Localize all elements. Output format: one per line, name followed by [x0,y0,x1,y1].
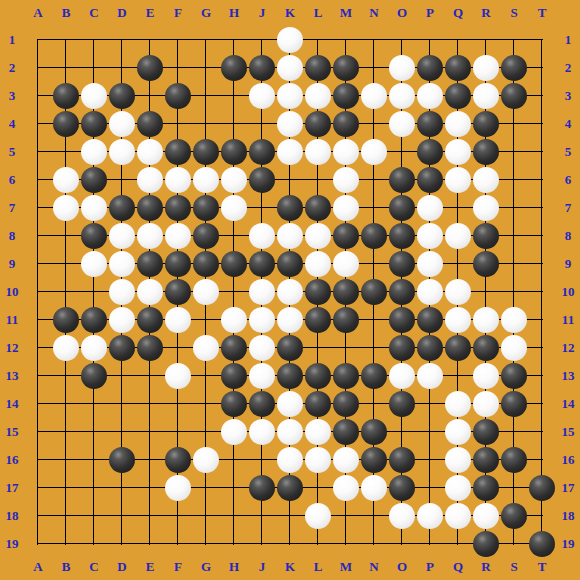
intersection-O8[interactable] [388,222,416,250]
intersection-J3[interactable] [248,82,276,110]
intersection-O10[interactable] [388,278,416,306]
intersection-G15[interactable] [192,418,220,446]
intersection-C1[interactable] [80,26,108,54]
intersection-Q6[interactable] [444,166,472,194]
intersection-N2[interactable] [360,54,388,82]
intersection-R4[interactable] [472,110,500,138]
intersection-A13[interactable] [24,362,52,390]
intersection-H12[interactable] [220,334,248,362]
intersection-O6[interactable] [388,166,416,194]
intersection-T8[interactable] [528,222,556,250]
intersection-M6[interactable] [332,166,360,194]
intersection-N12[interactable] [360,334,388,362]
intersection-Q2[interactable] [444,54,472,82]
intersection-P18[interactable] [416,502,444,530]
intersection-D13[interactable] [108,362,136,390]
intersection-G2[interactable] [192,54,220,82]
intersection-F2[interactable] [164,54,192,82]
intersection-N3[interactable] [360,82,388,110]
intersection-H2[interactable] [220,54,248,82]
intersection-O4[interactable] [388,110,416,138]
intersection-R10[interactable] [472,278,500,306]
intersection-O2[interactable] [388,54,416,82]
intersection-M13[interactable] [332,362,360,390]
intersection-T11[interactable] [528,306,556,334]
intersection-Q13[interactable] [444,362,472,390]
intersection-J9[interactable] [248,250,276,278]
intersection-B8[interactable] [52,222,80,250]
intersection-T3[interactable] [528,82,556,110]
intersection-Q5[interactable] [444,138,472,166]
intersection-H13[interactable] [220,362,248,390]
intersection-A18[interactable] [24,502,52,530]
intersection-C6[interactable] [80,166,108,194]
intersection-H16[interactable] [220,446,248,474]
intersection-M18[interactable] [332,502,360,530]
intersection-J15[interactable] [248,418,276,446]
intersection-E13[interactable] [136,362,164,390]
intersection-P5[interactable] [416,138,444,166]
intersection-H6[interactable] [220,166,248,194]
intersection-Q10[interactable] [444,278,472,306]
intersection-F5[interactable] [164,138,192,166]
intersection-E7[interactable] [136,194,164,222]
intersection-D11[interactable] [108,306,136,334]
intersection-B7[interactable] [52,194,80,222]
intersection-C13[interactable] [80,362,108,390]
intersection-S2[interactable] [500,54,528,82]
intersection-M17[interactable] [332,474,360,502]
intersection-P1[interactable] [416,26,444,54]
intersection-K1[interactable] [276,26,304,54]
intersection-A8[interactable] [24,222,52,250]
intersection-K11[interactable] [276,306,304,334]
intersection-O19[interactable] [388,530,416,558]
intersection-G1[interactable] [192,26,220,54]
intersection-N19[interactable] [360,530,388,558]
intersection-N8[interactable] [360,222,388,250]
intersection-M5[interactable] [332,138,360,166]
intersection-T1[interactable] [528,26,556,54]
intersection-G5[interactable] [192,138,220,166]
intersection-C9[interactable] [80,250,108,278]
intersection-N4[interactable] [360,110,388,138]
intersection-M11[interactable] [332,306,360,334]
intersection-Q4[interactable] [444,110,472,138]
intersection-J18[interactable] [248,502,276,530]
intersection-G11[interactable] [192,306,220,334]
intersection-F19[interactable] [164,530,192,558]
intersection-A5[interactable] [24,138,52,166]
intersection-P6[interactable] [416,166,444,194]
intersection-D5[interactable] [108,138,136,166]
intersection-O7[interactable] [388,194,416,222]
intersection-M3[interactable] [332,82,360,110]
intersection-E18[interactable] [136,502,164,530]
intersection-J6[interactable] [248,166,276,194]
intersection-N11[interactable] [360,306,388,334]
intersection-C3[interactable] [80,82,108,110]
intersection-N10[interactable] [360,278,388,306]
intersection-J5[interactable] [248,138,276,166]
intersection-P4[interactable] [416,110,444,138]
intersection-G8[interactable] [192,222,220,250]
intersection-A19[interactable] [24,530,52,558]
intersection-N7[interactable] [360,194,388,222]
intersection-O13[interactable] [388,362,416,390]
intersection-O3[interactable] [388,82,416,110]
intersection-B1[interactable] [52,26,80,54]
intersection-H18[interactable] [220,502,248,530]
intersection-D8[interactable] [108,222,136,250]
intersection-L1[interactable] [304,26,332,54]
intersection-A4[interactable] [24,110,52,138]
intersection-G16[interactable] [192,446,220,474]
intersection-E14[interactable] [136,390,164,418]
intersection-A2[interactable] [24,54,52,82]
intersection-R19[interactable] [472,530,500,558]
intersection-C19[interactable] [80,530,108,558]
intersection-E1[interactable] [136,26,164,54]
intersection-B16[interactable] [52,446,80,474]
intersection-A14[interactable] [24,390,52,418]
intersection-L11[interactable] [304,306,332,334]
intersection-M14[interactable] [332,390,360,418]
intersection-S4[interactable] [500,110,528,138]
intersection-M8[interactable] [332,222,360,250]
intersection-J19[interactable] [248,530,276,558]
intersection-S12[interactable] [500,334,528,362]
intersection-R12[interactable] [472,334,500,362]
intersection-O5[interactable] [388,138,416,166]
intersection-R18[interactable] [472,502,500,530]
intersection-J16[interactable] [248,446,276,474]
intersection-A6[interactable] [24,166,52,194]
intersection-P10[interactable] [416,278,444,306]
intersection-P11[interactable] [416,306,444,334]
intersection-O16[interactable] [388,446,416,474]
intersection-F4[interactable] [164,110,192,138]
intersection-K6[interactable] [276,166,304,194]
intersection-F18[interactable] [164,502,192,530]
intersection-J2[interactable] [248,54,276,82]
intersection-R8[interactable] [472,222,500,250]
intersection-K9[interactable] [276,250,304,278]
intersection-R6[interactable] [472,166,500,194]
intersection-C16[interactable] [80,446,108,474]
intersection-L7[interactable] [304,194,332,222]
intersection-L8[interactable] [304,222,332,250]
intersection-D4[interactable] [108,110,136,138]
intersection-N5[interactable] [360,138,388,166]
intersection-M4[interactable] [332,110,360,138]
intersection-Q1[interactable] [444,26,472,54]
intersection-N6[interactable] [360,166,388,194]
intersection-C8[interactable] [80,222,108,250]
intersection-C7[interactable] [80,194,108,222]
intersection-E11[interactable] [136,306,164,334]
intersection-O1[interactable] [388,26,416,54]
intersection-B6[interactable] [52,166,80,194]
intersection-K14[interactable] [276,390,304,418]
intersection-P14[interactable] [416,390,444,418]
intersection-P2[interactable] [416,54,444,82]
intersection-L19[interactable] [304,530,332,558]
intersection-E19[interactable] [136,530,164,558]
intersection-E6[interactable] [136,166,164,194]
intersection-S14[interactable] [500,390,528,418]
intersection-Q7[interactable] [444,194,472,222]
intersection-K15[interactable] [276,418,304,446]
intersection-G9[interactable] [192,250,220,278]
intersection-T10[interactable] [528,278,556,306]
intersection-C14[interactable] [80,390,108,418]
intersection-L13[interactable] [304,362,332,390]
intersection-T6[interactable] [528,166,556,194]
intersection-B19[interactable] [52,530,80,558]
intersection-J1[interactable] [248,26,276,54]
intersection-C10[interactable] [80,278,108,306]
intersection-M19[interactable] [332,530,360,558]
intersection-S13[interactable] [500,362,528,390]
intersection-D16[interactable] [108,446,136,474]
intersection-D15[interactable] [108,418,136,446]
intersection-E10[interactable] [136,278,164,306]
intersection-E12[interactable] [136,334,164,362]
intersection-O11[interactable] [388,306,416,334]
intersection-S5[interactable] [500,138,528,166]
intersection-H15[interactable] [220,418,248,446]
intersection-O9[interactable] [388,250,416,278]
intersection-O12[interactable] [388,334,416,362]
intersection-B12[interactable] [52,334,80,362]
intersection-G19[interactable] [192,530,220,558]
intersection-G6[interactable] [192,166,220,194]
intersection-H11[interactable] [220,306,248,334]
intersection-M7[interactable] [332,194,360,222]
intersection-E16[interactable] [136,446,164,474]
intersection-A16[interactable] [24,446,52,474]
intersection-K13[interactable] [276,362,304,390]
intersection-S1[interactable] [500,26,528,54]
intersection-P8[interactable] [416,222,444,250]
intersection-R7[interactable] [472,194,500,222]
intersection-C12[interactable] [80,334,108,362]
intersection-B4[interactable] [52,110,80,138]
intersection-D7[interactable] [108,194,136,222]
intersection-Q18[interactable] [444,502,472,530]
intersection-M9[interactable] [332,250,360,278]
intersection-C2[interactable] [80,54,108,82]
intersection-N16[interactable] [360,446,388,474]
intersection-R9[interactable] [472,250,500,278]
intersection-E17[interactable] [136,474,164,502]
intersection-F17[interactable] [164,474,192,502]
intersection-N14[interactable] [360,390,388,418]
intersection-T18[interactable] [528,502,556,530]
intersection-B17[interactable] [52,474,80,502]
intersection-H7[interactable] [220,194,248,222]
intersection-S3[interactable] [500,82,528,110]
intersection-J7[interactable] [248,194,276,222]
intersection-K3[interactable] [276,82,304,110]
intersection-Q14[interactable] [444,390,472,418]
intersection-K12[interactable] [276,334,304,362]
intersection-D3[interactable] [108,82,136,110]
intersection-F16[interactable] [164,446,192,474]
intersection-G12[interactable] [192,334,220,362]
intersection-T19[interactable] [528,530,556,558]
intersection-P9[interactable] [416,250,444,278]
intersection-J11[interactable] [248,306,276,334]
intersection-A1[interactable] [24,26,52,54]
intersection-H4[interactable] [220,110,248,138]
intersection-O14[interactable] [388,390,416,418]
intersection-T17[interactable] [528,474,556,502]
intersection-B13[interactable] [52,362,80,390]
intersection-Q9[interactable] [444,250,472,278]
intersection-M16[interactable] [332,446,360,474]
intersection-R3[interactable] [472,82,500,110]
intersection-M2[interactable] [332,54,360,82]
intersection-K2[interactable] [276,54,304,82]
intersection-D17[interactable] [108,474,136,502]
intersection-J4[interactable] [248,110,276,138]
intersection-S15[interactable] [500,418,528,446]
intersection-Q16[interactable] [444,446,472,474]
intersection-B3[interactable] [52,82,80,110]
intersection-B2[interactable] [52,54,80,82]
intersection-C18[interactable] [80,502,108,530]
intersection-Q8[interactable] [444,222,472,250]
intersection-O17[interactable] [388,474,416,502]
intersection-S9[interactable] [500,250,528,278]
intersection-A12[interactable] [24,334,52,362]
intersection-S6[interactable] [500,166,528,194]
intersection-P17[interactable] [416,474,444,502]
intersection-C5[interactable] [80,138,108,166]
intersection-A10[interactable] [24,278,52,306]
intersection-H17[interactable] [220,474,248,502]
intersection-B18[interactable] [52,502,80,530]
intersection-D19[interactable] [108,530,136,558]
intersection-J8[interactable] [248,222,276,250]
intersection-S11[interactable] [500,306,528,334]
intersection-L12[interactable] [304,334,332,362]
intersection-C11[interactable] [80,306,108,334]
intersection-N1[interactable] [360,26,388,54]
intersection-G4[interactable] [192,110,220,138]
intersection-N9[interactable] [360,250,388,278]
intersection-P7[interactable] [416,194,444,222]
intersection-G7[interactable] [192,194,220,222]
intersection-F12[interactable] [164,334,192,362]
intersection-D10[interactable] [108,278,136,306]
intersection-D9[interactable] [108,250,136,278]
intersection-T13[interactable] [528,362,556,390]
intersection-E5[interactable] [136,138,164,166]
intersection-H1[interactable] [220,26,248,54]
intersection-F3[interactable] [164,82,192,110]
intersection-L9[interactable] [304,250,332,278]
intersection-H8[interactable] [220,222,248,250]
intersection-S17[interactable] [500,474,528,502]
intersection-P12[interactable] [416,334,444,362]
intersection-L15[interactable] [304,418,332,446]
intersection-O18[interactable] [388,502,416,530]
intersection-H3[interactable] [220,82,248,110]
intersection-E2[interactable] [136,54,164,82]
intersection-L18[interactable] [304,502,332,530]
intersection-D2[interactable] [108,54,136,82]
intersection-B5[interactable] [52,138,80,166]
intersection-F8[interactable] [164,222,192,250]
intersection-H19[interactable] [220,530,248,558]
intersection-A3[interactable] [24,82,52,110]
intersection-S7[interactable] [500,194,528,222]
intersection-B15[interactable] [52,418,80,446]
intersection-E3[interactable] [136,82,164,110]
intersection-D6[interactable] [108,166,136,194]
intersection-O15[interactable] [388,418,416,446]
intersection-T16[interactable] [528,446,556,474]
intersection-L6[interactable] [304,166,332,194]
intersection-T5[interactable] [528,138,556,166]
intersection-R1[interactable] [472,26,500,54]
intersection-Q12[interactable] [444,334,472,362]
intersection-K16[interactable] [276,446,304,474]
intersection-F13[interactable] [164,362,192,390]
intersection-Q17[interactable] [444,474,472,502]
intersection-P16[interactable] [416,446,444,474]
intersection-Q3[interactable] [444,82,472,110]
intersection-H5[interactable] [220,138,248,166]
intersection-T4[interactable] [528,110,556,138]
intersection-N18[interactable] [360,502,388,530]
intersection-Q11[interactable] [444,306,472,334]
intersection-K4[interactable] [276,110,304,138]
intersection-K10[interactable] [276,278,304,306]
intersection-N13[interactable] [360,362,388,390]
intersection-D14[interactable] [108,390,136,418]
intersection-F1[interactable] [164,26,192,54]
intersection-K7[interactable] [276,194,304,222]
intersection-P13[interactable] [416,362,444,390]
intersection-G17[interactable] [192,474,220,502]
intersection-L3[interactable] [304,82,332,110]
intersection-N17[interactable] [360,474,388,502]
intersection-T2[interactable] [528,54,556,82]
intersection-R13[interactable] [472,362,500,390]
intersection-L17[interactable] [304,474,332,502]
intersection-J14[interactable] [248,390,276,418]
intersection-L14[interactable] [304,390,332,418]
intersection-R16[interactable] [472,446,500,474]
intersection-J13[interactable] [248,362,276,390]
intersection-R15[interactable] [472,418,500,446]
intersection-F6[interactable] [164,166,192,194]
intersection-M10[interactable] [332,278,360,306]
intersection-K8[interactable] [276,222,304,250]
intersection-F11[interactable] [164,306,192,334]
intersection-A15[interactable] [24,418,52,446]
intersection-J10[interactable] [248,278,276,306]
intersection-F14[interactable] [164,390,192,418]
intersection-S18[interactable] [500,502,528,530]
intersection-K19[interactable] [276,530,304,558]
intersection-T14[interactable] [528,390,556,418]
intersection-R17[interactable] [472,474,500,502]
